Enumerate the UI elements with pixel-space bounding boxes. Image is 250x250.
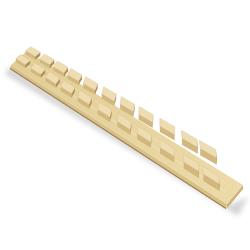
board-front-edge: [10, 65, 227, 209]
product-photo-canvas: [0, 0, 250, 250]
board-photo: [0, 0, 250, 250]
